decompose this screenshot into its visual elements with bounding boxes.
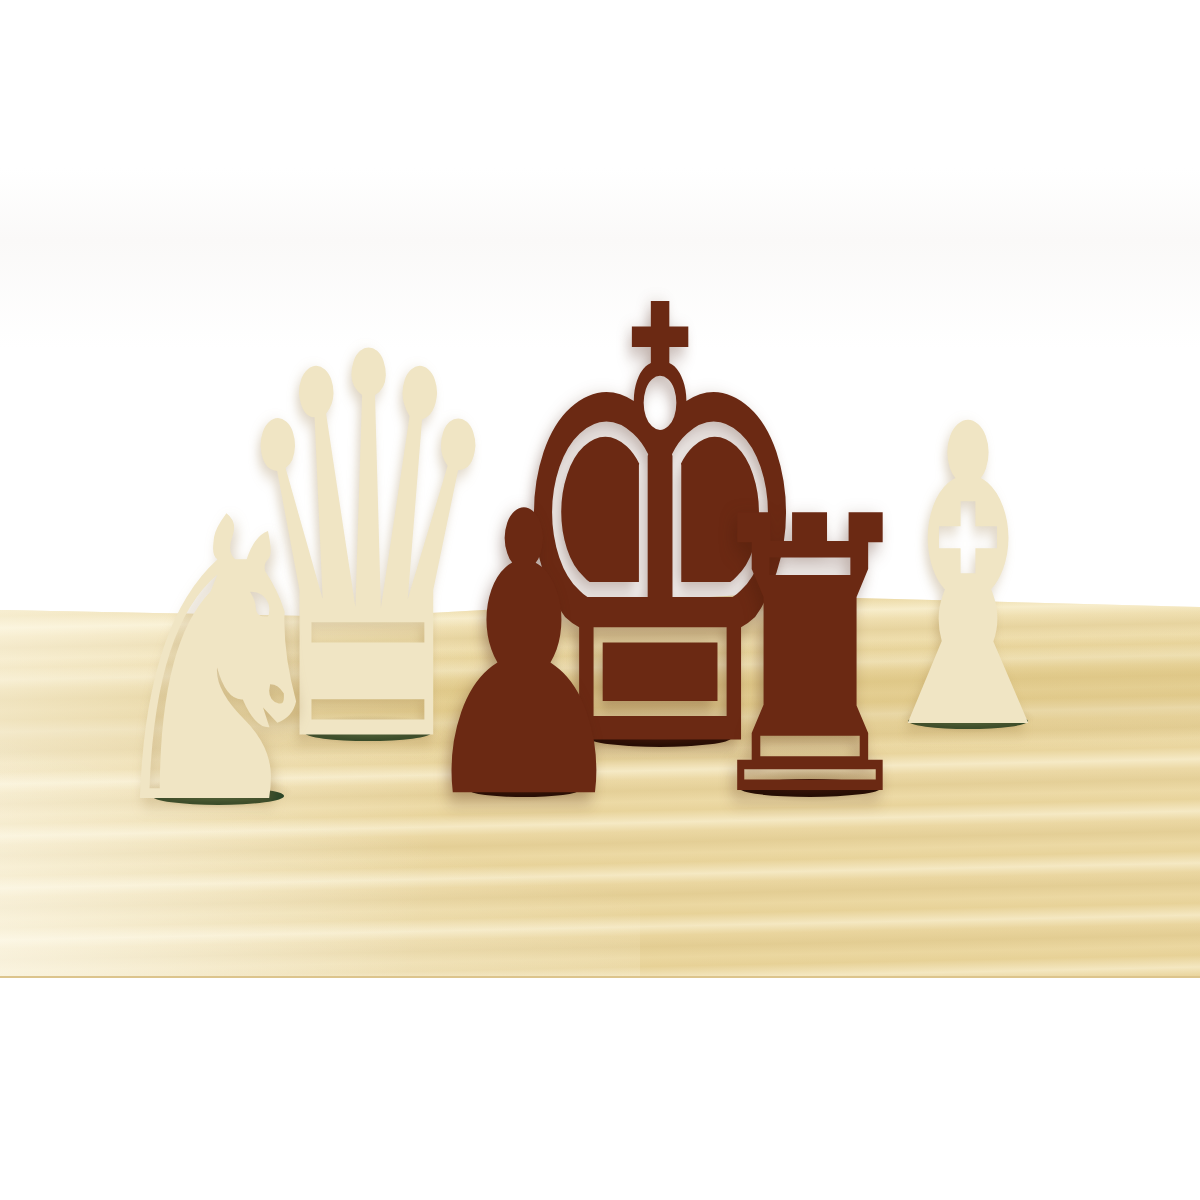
dark-pawn-piece[interactable]: ♟ xyxy=(416,462,633,852)
white-knight-piece[interactable]: ♞ xyxy=(96,468,341,858)
rook-glyph: ♜ xyxy=(694,437,926,880)
dark-rook-piece[interactable]: ♜ xyxy=(694,469,926,849)
pawn-glyph: ♟ xyxy=(416,430,633,884)
knight-glyph: ♞ xyxy=(96,436,341,890)
chess-pieces-photo-scene: ♞ ♛ ♟ ♚ ♜ ♝ xyxy=(0,0,1200,1200)
